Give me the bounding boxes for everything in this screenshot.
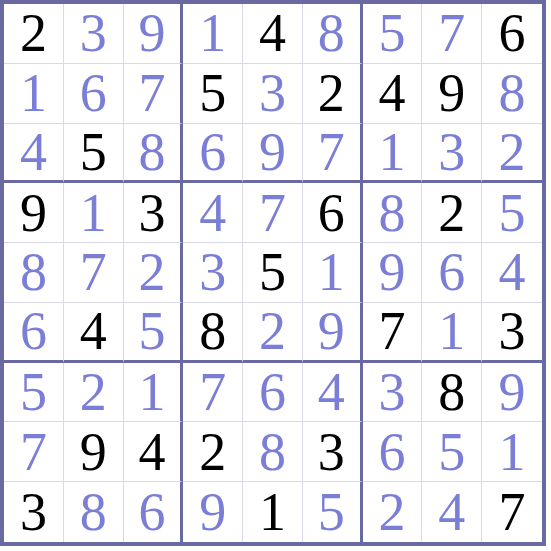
cell-r3c1[interactable]: 4: [4, 124, 64, 184]
cell-r6c3[interactable]: 5: [124, 303, 184, 363]
cell-r8c2[interactable]: 9: [64, 422, 124, 482]
cell-r3c8[interactable]: 3: [422, 124, 482, 184]
cell-r7c7[interactable]: 3: [363, 363, 423, 423]
cell-r2c3[interactable]: 7: [124, 64, 184, 124]
cell-r6c9[interactable]: 3: [482, 303, 542, 363]
cell-r1c2[interactable]: 3: [64, 4, 124, 64]
cell-r2c8[interactable]: 9: [422, 64, 482, 124]
cell-r4c9[interactable]: 5: [482, 183, 542, 243]
page-background: 2391485761675324984586971329134768258723…: [0, 0, 551, 551]
cell-r6c1[interactable]: 6: [4, 303, 64, 363]
cell-r5c1[interactable]: 8: [4, 243, 64, 303]
cell-r1c4[interactable]: 1: [183, 4, 243, 64]
cell-r1c8[interactable]: 7: [422, 4, 482, 64]
cell-r5c6[interactable]: 1: [303, 243, 363, 303]
cell-r1c9[interactable]: 6: [482, 4, 542, 64]
cell-r5c9[interactable]: 4: [482, 243, 542, 303]
cell-r1c7[interactable]: 5: [363, 4, 423, 64]
cell-r6c6[interactable]: 9: [303, 303, 363, 363]
cell-r9c9[interactable]: 7: [482, 482, 542, 542]
cell-r8c9[interactable]: 1: [482, 422, 542, 482]
cell-r2c2[interactable]: 6: [64, 64, 124, 124]
cell-r2c9[interactable]: 8: [482, 64, 542, 124]
cell-r6c4[interactable]: 8: [183, 303, 243, 363]
cell-r6c2[interactable]: 4: [64, 303, 124, 363]
cell-r2c1[interactable]: 1: [4, 64, 64, 124]
cell-r8c7[interactable]: 6: [363, 422, 423, 482]
cell-r5c4[interactable]: 3: [183, 243, 243, 303]
cell-r4c8[interactable]: 2: [422, 183, 482, 243]
cell-r7c2[interactable]: 2: [64, 363, 124, 423]
cell-r8c6[interactable]: 3: [303, 422, 363, 482]
cell-r6c5[interactable]: 2: [243, 303, 303, 363]
cell-r4c6[interactable]: 6: [303, 183, 363, 243]
cell-r9c1[interactable]: 3: [4, 482, 64, 542]
cell-r8c4[interactable]: 2: [183, 422, 243, 482]
cell-r4c4[interactable]: 4: [183, 183, 243, 243]
cell-r5c5[interactable]: 5: [243, 243, 303, 303]
cell-r7c5[interactable]: 6: [243, 363, 303, 423]
cell-r7c4[interactable]: 7: [183, 363, 243, 423]
cell-r5c2[interactable]: 7: [64, 243, 124, 303]
sudoku-board: 2391485761675324984586971329134768258723…: [0, 0, 546, 546]
cell-r2c6[interactable]: 2: [303, 64, 363, 124]
cell-r7c6[interactable]: 4: [303, 363, 363, 423]
cell-r2c5[interactable]: 3: [243, 64, 303, 124]
cell-r3c9[interactable]: 2: [482, 124, 542, 184]
cell-r1c6[interactable]: 8: [303, 4, 363, 64]
cell-r3c7[interactable]: 1: [363, 124, 423, 184]
cell-r3c4[interactable]: 6: [183, 124, 243, 184]
cell-r3c3[interactable]: 8: [124, 124, 184, 184]
cell-r8c8[interactable]: 5: [422, 422, 482, 482]
cell-r8c3[interactable]: 4: [124, 422, 184, 482]
cell-r3c2[interactable]: 5: [64, 124, 124, 184]
cell-r3c5[interactable]: 9: [243, 124, 303, 184]
cell-r4c2[interactable]: 1: [64, 183, 124, 243]
cell-r4c7[interactable]: 8: [363, 183, 423, 243]
cell-r5c3[interactable]: 2: [124, 243, 184, 303]
cell-r2c7[interactable]: 4: [363, 64, 423, 124]
cell-r9c6[interactable]: 5: [303, 482, 363, 542]
cell-r8c1[interactable]: 7: [4, 422, 64, 482]
cell-r2c4[interactable]: 5: [183, 64, 243, 124]
cell-r4c3[interactable]: 3: [124, 183, 184, 243]
cell-r5c7[interactable]: 9: [363, 243, 423, 303]
cell-r9c4[interactable]: 9: [183, 482, 243, 542]
cell-r4c5[interactable]: 7: [243, 183, 303, 243]
cell-r4c1[interactable]: 9: [4, 183, 64, 243]
cell-r6c7[interactable]: 7: [363, 303, 423, 363]
cell-r7c1[interactable]: 5: [4, 363, 64, 423]
cell-r1c1[interactable]: 2: [4, 4, 64, 64]
cell-r9c3[interactable]: 6: [124, 482, 184, 542]
cell-r9c2[interactable]: 8: [64, 482, 124, 542]
cell-r8c5[interactable]: 8: [243, 422, 303, 482]
cell-r9c7[interactable]: 2: [363, 482, 423, 542]
cell-r5c8[interactable]: 6: [422, 243, 482, 303]
cell-r1c3[interactable]: 9: [124, 4, 184, 64]
cell-r1c5[interactable]: 4: [243, 4, 303, 64]
cell-r7c9[interactable]: 9: [482, 363, 542, 423]
cell-r3c6[interactable]: 7: [303, 124, 363, 184]
cell-r9c5[interactable]: 1: [243, 482, 303, 542]
cell-r7c3[interactable]: 1: [124, 363, 184, 423]
cell-r6c8[interactable]: 1: [422, 303, 482, 363]
cell-r7c8[interactable]: 8: [422, 363, 482, 423]
cell-r9c8[interactable]: 4: [422, 482, 482, 542]
